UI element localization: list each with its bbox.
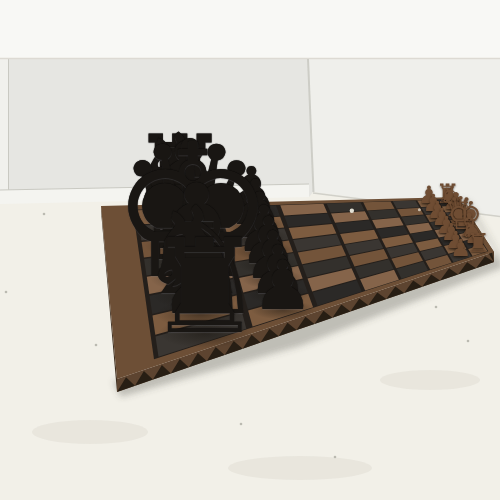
wall-left-return [0,58,8,204]
floor-stain [32,420,148,444]
floor-speck [95,344,98,347]
floor-stain [228,456,372,480]
floor-speck [43,213,46,216]
paint-chip [350,209,354,213]
square-a3[interactable] [393,201,420,209]
floor-speck [467,340,470,343]
chess-set-photo: ♜♞♝♛♚♝♞♜♟♟♟♟♟♟♟♟♟♟♟♟♟♟♟♟♜♞♝♛♚♝♞♜ [0,0,500,500]
piece-brown-pawn-h2[interactable]: ♟ [450,237,471,261]
wall-upper-panel [0,0,500,58]
floor-speck [5,291,8,294]
piece-black-rook-h8[interactable]: ♜ [146,221,263,352]
floor-speck [435,306,438,309]
floor-speck [240,423,243,426]
floor-stain [380,370,480,390]
